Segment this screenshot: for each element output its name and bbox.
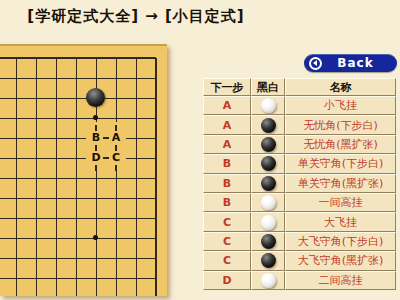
go-board: B A D C (0, 44, 167, 296)
board-cell (6, 48, 26, 68)
row-letter[interactable]: B (203, 154, 251, 173)
board-cell (146, 288, 166, 296)
stone-icon (261, 137, 276, 152)
board-cell (46, 88, 66, 108)
board-cell (126, 268, 146, 288)
row-letter[interactable]: C (203, 212, 251, 231)
board-cell (86, 168, 106, 188)
board-cell (26, 228, 46, 248)
stone-icon (261, 195, 276, 210)
board-cell (66, 188, 86, 208)
board-cell (66, 248, 86, 268)
board-cell (126, 248, 146, 268)
board-cell (146, 68, 166, 88)
board-cell (106, 268, 126, 288)
board-cell (126, 128, 146, 148)
move-marker-b[interactable]: B (90, 131, 102, 144)
board-cell (6, 68, 26, 88)
row-stone-cell[interactable] (251, 115, 285, 134)
move-marker-d[interactable]: D (90, 151, 102, 164)
stone-icon (261, 156, 276, 171)
board-cell (26, 88, 46, 108)
board-cell (6, 128, 26, 148)
row-letter[interactable]: A (203, 96, 251, 115)
board-cell (6, 288, 26, 296)
row-name[interactable]: 无忧角(下步白) (285, 115, 396, 134)
board-cell (66, 48, 86, 68)
board-cell (86, 68, 106, 88)
row-stone-cell[interactable] (251, 174, 285, 193)
row-stone-cell[interactable] (251, 135, 285, 154)
board-cell (6, 208, 26, 228)
board-cell (146, 48, 166, 68)
board-cell (26, 108, 46, 128)
board-cell (46, 148, 66, 168)
stone-icon (261, 98, 276, 113)
row-stone-cell[interactable] (251, 96, 285, 115)
board-cell (46, 168, 66, 188)
board-grid (0, 48, 166, 296)
board-cell (6, 108, 26, 128)
board-cell (86, 48, 106, 68)
board-cell (26, 248, 46, 268)
board-cell (86, 248, 106, 268)
board-cell (46, 108, 66, 128)
row-letter[interactable]: A (203, 135, 251, 154)
star-point-q10 (93, 235, 98, 240)
black-stone-q17 (86, 88, 105, 107)
board-cell (6, 228, 26, 248)
stone-icon (261, 118, 276, 133)
board-cell (106, 168, 126, 188)
board-cell (46, 228, 66, 248)
move-marker-c[interactable]: C (110, 151, 122, 164)
board-cell (66, 168, 86, 188)
row-letter[interactable]: B (203, 174, 251, 193)
board-cell (106, 88, 126, 108)
board-cell (6, 248, 26, 268)
board-cell (66, 128, 86, 148)
board-cell (86, 188, 106, 208)
row-name[interactable]: 一间高挂 (285, 193, 396, 212)
col-header-next-move: 下一步 (203, 78, 251, 96)
row-name[interactable]: 大飞守角(黑扩张) (285, 251, 396, 270)
row-name[interactable]: 无忧角(黑扩张) (285, 135, 396, 154)
grid-dash (103, 137, 109, 139)
grid-dash (95, 165, 97, 171)
row-name[interactable]: 大飞守角(下步白) (285, 232, 396, 251)
stone-icon (261, 215, 276, 230)
row-stone-cell[interactable] (251, 271, 285, 290)
board-cell (66, 68, 86, 88)
board-cell (106, 248, 126, 268)
board-cell (146, 108, 166, 128)
board-cell (46, 248, 66, 268)
board-top-edge (0, 44, 167, 46)
row-letter[interactable]: A (203, 115, 251, 134)
board-cell (46, 128, 66, 148)
board-cell (106, 228, 126, 248)
board-cell (66, 208, 86, 228)
back-button[interactable]: Back (304, 54, 397, 72)
board-cell (146, 248, 166, 268)
board-cell (126, 188, 146, 208)
board-cell (126, 288, 146, 296)
stone-icon (261, 234, 276, 249)
board-cell (126, 88, 146, 108)
board-cell (6, 268, 26, 288)
row-letter[interactable]: B (203, 193, 251, 212)
board-cell (146, 88, 166, 108)
board-cell (126, 108, 146, 128)
board-cell (26, 128, 46, 148)
board-cell (6, 188, 26, 208)
board-cell (106, 288, 126, 296)
row-stone-cell[interactable] (251, 232, 285, 251)
stone-icon (261, 273, 276, 288)
board-cell (106, 68, 126, 88)
board-cell (86, 288, 106, 296)
row-name[interactable]: 小飞挂 (285, 96, 396, 115)
board-cell (46, 288, 66, 296)
board-cell (46, 68, 66, 88)
board-cell (146, 168, 166, 188)
row-stone-cell[interactable] (251, 251, 285, 270)
row-name[interactable]: 单关守角(下步白) (285, 154, 396, 173)
col-header-color: 黑白 (251, 78, 285, 96)
board-cell (126, 48, 146, 68)
board-cell (26, 188, 46, 208)
back-button-label: Back (322, 56, 397, 70)
grid-dash (103, 157, 109, 159)
row-stone-cell[interactable] (251, 154, 285, 173)
board-cell (6, 148, 26, 168)
board-cell (66, 228, 86, 248)
stone-icon (261, 176, 276, 191)
board-cell (46, 268, 66, 288)
star-point-q16 (93, 115, 98, 120)
board-cell (6, 88, 26, 108)
board-cell (26, 68, 46, 88)
board-cell (46, 48, 66, 68)
row-letter[interactable]: C (203, 232, 251, 251)
col-header-name: 名称 (285, 78, 396, 96)
row-stone-cell[interactable] (251, 193, 285, 212)
page-title: [学研定式大全] → [小目定式] (0, 7, 272, 26)
board-cell (146, 148, 166, 168)
board-cell (26, 268, 46, 288)
board-cell (46, 188, 66, 208)
board-cell (106, 188, 126, 208)
board-cell (26, 288, 46, 296)
row-name[interactable]: 大飞挂 (285, 212, 396, 231)
move-marker-a[interactable]: A (110, 131, 122, 144)
board-cell (146, 228, 166, 248)
board-cell (126, 148, 146, 168)
row-stone-cell[interactable] (251, 212, 285, 231)
board-cell (66, 268, 86, 288)
board-cell (126, 208, 146, 228)
board-cell (126, 68, 146, 88)
board-cell (66, 148, 86, 168)
stone-icon (261, 253, 276, 268)
row-letter[interactable]: C (203, 251, 251, 270)
row-name[interactable]: 单关守角(黑扩张) (285, 174, 396, 193)
board-cell (26, 48, 46, 68)
back-arrow-icon (309, 57, 322, 70)
board-cell (66, 288, 86, 296)
board-cell (26, 208, 46, 228)
board-cell (46, 208, 66, 228)
board-cell (126, 228, 146, 248)
board-cell (126, 168, 146, 188)
board-cell (146, 208, 166, 228)
board-cell (106, 208, 126, 228)
board-cell (146, 188, 166, 208)
board-cell (66, 108, 86, 128)
board-cell (66, 88, 86, 108)
row-letter[interactable]: D (203, 271, 251, 290)
board-cell (106, 48, 126, 68)
board-cell (146, 268, 166, 288)
board-cell (146, 128, 166, 148)
joseki-table: 下一步 黑白 名称 A 小飞挂 A 无忧角(下步白) A 无忧角(黑扩张) B … (203, 78, 396, 290)
board-cell (6, 168, 26, 188)
page: [学研定式大全] → [小目定式] B A D C Back 下一步 黑白 名称… (0, 0, 400, 300)
board-cell (26, 148, 46, 168)
board-cell (86, 268, 106, 288)
grid-dash (115, 165, 117, 171)
board-cell (86, 208, 106, 228)
row-name[interactable]: 二间高挂 (285, 271, 396, 290)
board-cell (26, 168, 46, 188)
